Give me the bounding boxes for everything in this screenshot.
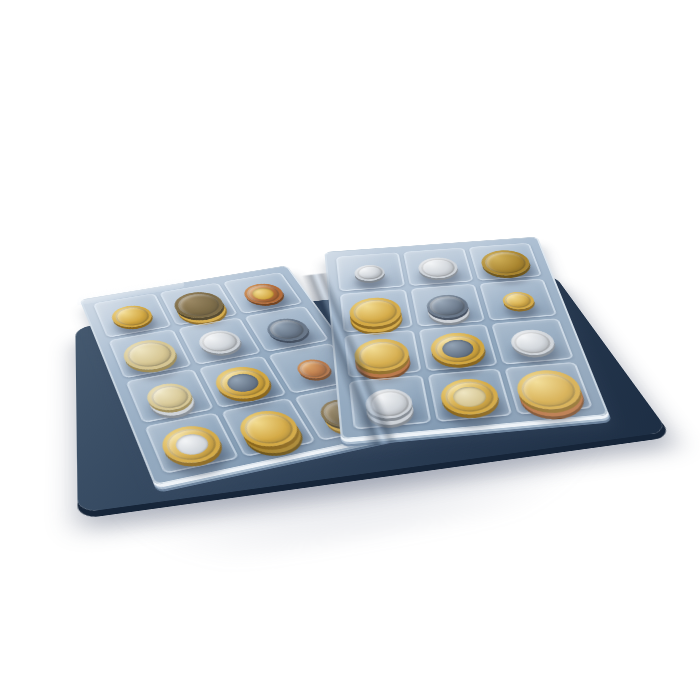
- coin-gold: [108, 303, 156, 330]
- coin-center: [441, 339, 475, 359]
- coin-gold-bimetal: [156, 422, 228, 468]
- album-page-right: [324, 237, 609, 440]
- coin-darkgold: [478, 249, 534, 277]
- product-photo-coin-album: [0, 0, 700, 700]
- coin-gold: [233, 407, 305, 452]
- coin-steel: [261, 316, 313, 344]
- coin-silver: [354, 264, 386, 282]
- coin-gold-bimetal: [438, 377, 503, 417]
- coin-pocket: [427, 368, 513, 422]
- coin-pocket: [504, 362, 593, 415]
- coin-pocket: [349, 375, 431, 430]
- coin-center: [224, 372, 262, 394]
- coin-copper: [293, 357, 335, 381]
- coin-darkbronze: [169, 289, 229, 321]
- coin-pocket: [144, 412, 239, 474]
- coin-palegold: [143, 380, 197, 413]
- coin-gold-bimetal: [428, 331, 489, 367]
- coin-silver: [364, 387, 414, 420]
- coin-silver: [416, 256, 460, 279]
- coin-pocket: [491, 318, 574, 365]
- coin-pocket: [479, 278, 557, 320]
- coin-center: [250, 287, 277, 301]
- coin-gold: [348, 296, 403, 329]
- coin-steel: [425, 293, 471, 319]
- coin-pocket: [403, 247, 474, 286]
- coin-gold-bimetal: [209, 363, 277, 403]
- coin-pocket: [340, 289, 413, 332]
- coin-silver: [194, 328, 245, 357]
- coin-pocket: [336, 252, 405, 291]
- coin-pocket: [469, 243, 542, 281]
- coin-gold: [500, 291, 536, 310]
- coin-gold: [512, 368, 587, 412]
- coin-copper-bimetal: [239, 281, 288, 306]
- coin-center: [172, 431, 212, 457]
- coin-silver: [507, 328, 558, 356]
- coin-center: [452, 385, 488, 408]
- coin-palegold: [119, 336, 182, 373]
- coin-pocket: [410, 284, 485, 327]
- coin-gold: [353, 337, 412, 373]
- coin-pocket: [344, 330, 421, 378]
- coin-pocket: [418, 324, 498, 372]
